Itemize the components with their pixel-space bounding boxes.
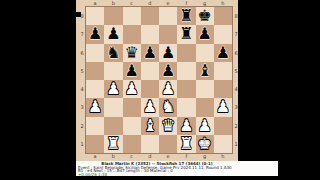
piece-wK-g1: ♚ [197, 135, 211, 153]
piece-wN-e3: ♞ [161, 98, 175, 116]
file-label-g: g [196, 0, 214, 7]
square-c2[interactable] [123, 117, 141, 135]
square-g5[interactable]: ♝ [196, 62, 214, 80]
square-c7[interactable] [123, 25, 141, 43]
square-e5[interactable]: ♟ [159, 62, 177, 80]
square-d8[interactable] [141, 7, 159, 25]
square-d2[interactable]: ♝ [141, 117, 159, 135]
square-a6[interactable] [86, 44, 104, 62]
piece-bP-b7: ♟ [106, 25, 120, 43]
rank-labels-right: 87654321 [233, 7, 239, 153]
rank-label-7: 7 [233, 25, 239, 43]
piece-wP-g2: ♟ [197, 117, 211, 135]
rank-label-6: 6 [79, 44, 85, 62]
square-b2[interactable] [104, 117, 122, 135]
square-g4[interactable] [196, 80, 214, 98]
square-g7[interactable]: ♟ [196, 25, 214, 43]
rank-label-4: 4 [233, 80, 239, 98]
square-f8[interactable]: ♜ [177, 7, 195, 25]
square-c5[interactable]: ♟ [123, 62, 141, 80]
piece-bP-h6: ♟ [216, 44, 230, 62]
square-h3[interactable]: ♟ [214, 98, 232, 116]
piece-bR-f7: ♜ [179, 25, 193, 43]
rank-label-8: 8 [233, 7, 239, 25]
file-label-e: e [159, 0, 177, 7]
game-info-caption: Black Martin K (2352) -- Stockfish 17 (3… [76, 161, 278, 176]
square-e3[interactable]: ♞ [159, 98, 177, 116]
square-b4[interactable]: ♟ [104, 80, 122, 98]
square-h1[interactable] [214, 135, 232, 153]
file-label-d: d [141, 153, 159, 160]
square-d4[interactable] [141, 80, 159, 98]
square-a7[interactable]: ♟ [86, 25, 104, 43]
square-g1[interactable]: ♚ [196, 135, 214, 153]
square-d5[interactable] [141, 62, 159, 80]
file-labels-top: abcdefgh [86, 0, 232, 7]
square-f4[interactable] [177, 80, 195, 98]
square-h5[interactable] [214, 62, 232, 80]
video-frame: abcdefgh 87654321 ♜♚♟♟♜♟♞♛♟♟♟♟♟♝♟♟♟♟♟♞♟♝… [0, 0, 320, 180]
square-b1[interactable]: ♜ [104, 135, 122, 153]
square-e8[interactable] [159, 7, 177, 25]
rank-label-5: 5 [233, 62, 239, 80]
rank-label-2: 2 [233, 117, 239, 135]
piece-wP-d3: ♟ [143, 98, 157, 116]
rank-label-6: 6 [233, 44, 239, 62]
square-c6[interactable]: ♛ [123, 44, 141, 62]
square-a8[interactable] [86, 7, 104, 25]
square-h7[interactable] [214, 25, 232, 43]
rank-label-5: 5 [79, 62, 85, 80]
file-label-b: b [104, 0, 122, 7]
square-b8[interactable] [104, 7, 122, 25]
piece-wR-f1: ♜ [179, 135, 193, 153]
piece-wB-d2: ♝ [143, 117, 157, 135]
piece-bP-e5: ♟ [161, 62, 175, 80]
square-h2[interactable] [214, 117, 232, 135]
piece-wP-b4: ♟ [106, 80, 120, 98]
square-h6[interactable]: ♟ [214, 44, 232, 62]
piece-bN-b6: ♞ [106, 44, 120, 62]
piece-bP-a7: ♟ [88, 25, 102, 43]
square-d1[interactable] [141, 135, 159, 153]
square-c1[interactable] [123, 135, 141, 153]
square-a3[interactable]: ♟ [86, 98, 104, 116]
square-e2[interactable]: ♛ [159, 117, 177, 135]
rank-label-2: 2 [79, 117, 85, 135]
file-label-h: h [214, 153, 232, 160]
piece-wP-f2: ♟ [179, 117, 193, 135]
piece-bP-d6: ♟ [143, 44, 157, 62]
file-label-f: f [177, 0, 195, 7]
file-label-c: c [123, 0, 141, 7]
square-a5[interactable] [86, 62, 104, 80]
rank-label-1: 1 [233, 135, 239, 153]
rank-label-4: 4 [79, 80, 85, 98]
piece-bQ-c6: ♛ [124, 44, 138, 62]
square-b6[interactable]: ♞ [104, 44, 122, 62]
rank-label-3: 3 [233, 98, 239, 116]
rank-label-1: 1 [79, 135, 85, 153]
piece-wR-b1: ♜ [106, 135, 120, 153]
piece-wP-c4: ♟ [124, 80, 138, 98]
rank-labels-left: 87654321 [79, 7, 85, 153]
square-c8[interactable] [123, 7, 141, 25]
piece-bP-e6: ♟ [161, 44, 175, 62]
square-a2[interactable] [86, 117, 104, 135]
file-label-f: f [177, 153, 195, 160]
engine-eval-line: +0.00/26 1:38 [76, 173, 278, 176]
square-d6[interactable]: ♟ [141, 44, 159, 62]
square-f7[interactable]: ♜ [177, 25, 195, 43]
square-f5[interactable] [177, 62, 195, 80]
square-c3[interactable] [123, 98, 141, 116]
piece-wP-h3: ♟ [216, 98, 230, 116]
square-f3[interactable] [177, 98, 195, 116]
square-e6[interactable]: ♟ [159, 44, 177, 62]
piece-bP-g7: ♟ [197, 25, 211, 43]
square-d7[interactable] [141, 25, 159, 43]
square-e7[interactable] [159, 25, 177, 43]
square-g8[interactable]: ♚ [196, 7, 214, 25]
file-label-h: h [214, 0, 232, 7]
square-g3[interactable] [196, 98, 214, 116]
file-labels-bottom: abcdefgh [86, 153, 232, 160]
file-label-b: b [104, 153, 122, 160]
square-d3[interactable]: ♟ [141, 98, 159, 116]
piece-wP-a3: ♟ [88, 98, 102, 116]
square-f2[interactable]: ♟ [177, 117, 195, 135]
square-a1[interactable] [86, 135, 104, 153]
rank-label-7: 7 [79, 25, 85, 43]
chess-board: ♜♚♟♟♜♟♞♛♟♟♟♟♟♝♟♟♟♟♟♞♟♝♛♟♟♜♜♚ [86, 7, 232, 153]
square-f1[interactable]: ♜ [177, 135, 195, 153]
square-b7[interactable]: ♟ [104, 25, 122, 43]
file-label-d: d [141, 0, 159, 7]
file-label-c: c [123, 153, 141, 160]
file-label-a: a [86, 153, 104, 160]
piece-wP-e4: ♟ [161, 80, 175, 98]
piece-bB-g5: ♝ [197, 62, 211, 80]
square-c4[interactable]: ♟ [123, 80, 141, 98]
piece-bR-f8: ♜ [179, 7, 193, 25]
square-g2[interactable]: ♟ [196, 117, 214, 135]
file-label-a: a [86, 0, 104, 7]
square-f6[interactable] [177, 44, 195, 62]
rank-label-3: 3 [79, 98, 85, 116]
piece-bP-c5: ♟ [124, 62, 138, 80]
file-label-g: g [196, 153, 214, 160]
square-g6[interactable] [196, 44, 214, 62]
board-panel: abcdefgh 87654321 ♜♚♟♟♜♟♞♛♟♟♟♟♟♝♟♟♟♟♟♞♟♝… [76, 0, 238, 161]
square-e4[interactable]: ♟ [159, 80, 177, 98]
piece-bK-g8: ♚ [197, 7, 211, 25]
piece-wQ-e2: ♛ [161, 117, 175, 135]
rank-label-8: 8 [79, 7, 85, 25]
square-a4[interactable] [86, 80, 104, 98]
square-h4[interactable] [214, 80, 232, 98]
square-h8[interactable] [214, 7, 232, 25]
square-e1[interactable] [159, 135, 177, 153]
file-label-e: e [159, 153, 177, 160]
square-b3[interactable] [104, 98, 122, 116]
square-b5[interactable] [104, 62, 122, 80]
